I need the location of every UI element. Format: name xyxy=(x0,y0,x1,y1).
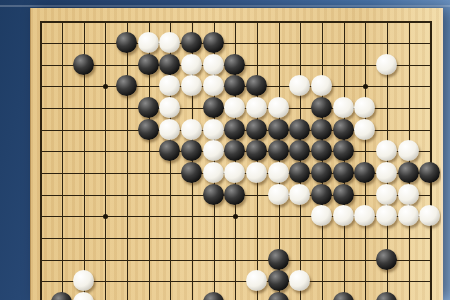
star-point xyxy=(233,214,238,219)
white-stone xyxy=(246,270,267,291)
black-stone xyxy=(289,162,310,183)
grid-line-vertical xyxy=(127,21,128,300)
white-stone xyxy=(376,140,397,161)
black-stone xyxy=(159,54,180,75)
white-stone xyxy=(289,270,310,291)
black-stone xyxy=(419,162,440,183)
black-stone xyxy=(311,140,332,161)
white-stone xyxy=(311,205,332,226)
black-stone xyxy=(203,97,224,118)
black-stone xyxy=(333,292,354,300)
white-stone xyxy=(159,75,180,96)
black-stone xyxy=(224,140,245,161)
white-stone xyxy=(398,184,419,205)
black-stone xyxy=(311,184,332,205)
white-stone xyxy=(333,97,354,118)
white-stone xyxy=(224,97,245,118)
grid-line-vertical xyxy=(430,21,432,300)
black-stone xyxy=(398,162,419,183)
black-stone xyxy=(333,119,354,140)
white-stone xyxy=(203,54,224,75)
black-stone xyxy=(268,249,289,270)
black-stone xyxy=(138,119,159,140)
white-stone xyxy=(159,97,180,118)
white-stone xyxy=(224,162,245,183)
black-stone xyxy=(376,249,397,270)
black-stone xyxy=(224,75,245,96)
black-stone xyxy=(116,32,137,53)
white-stone xyxy=(246,97,267,118)
black-stone xyxy=(268,292,289,300)
black-stone xyxy=(333,140,354,161)
black-stone xyxy=(203,184,224,205)
white-stone xyxy=(419,205,440,226)
white-stone xyxy=(376,205,397,226)
black-stone xyxy=(333,162,354,183)
white-stone xyxy=(354,119,375,140)
white-stone xyxy=(138,32,159,53)
white-stone xyxy=(159,119,180,140)
star-point xyxy=(363,84,368,89)
white-stone xyxy=(181,119,202,140)
white-stone xyxy=(376,54,397,75)
white-stone xyxy=(203,119,224,140)
black-stone xyxy=(311,162,332,183)
grid-line-vertical xyxy=(40,21,42,300)
black-stone xyxy=(159,140,180,161)
white-stone xyxy=(376,162,397,183)
white-stone xyxy=(159,32,180,53)
black-stone xyxy=(246,75,267,96)
black-stone xyxy=(311,119,332,140)
white-stone xyxy=(268,162,289,183)
black-stone xyxy=(376,292,397,300)
star-point xyxy=(103,84,108,89)
grid-line-horizontal xyxy=(40,238,432,239)
go-board[interactable] xyxy=(30,8,443,300)
grid-line-horizontal xyxy=(40,260,432,261)
white-stone xyxy=(73,292,94,300)
black-stone xyxy=(289,140,310,161)
black-stone xyxy=(268,270,289,291)
white-stone xyxy=(289,184,310,205)
white-stone xyxy=(203,75,224,96)
white-stone xyxy=(73,270,94,291)
white-stone xyxy=(398,140,419,161)
black-stone xyxy=(246,140,267,161)
black-stone xyxy=(224,184,245,205)
white-stone xyxy=(311,75,332,96)
grid-line-vertical xyxy=(62,21,63,300)
black-stone xyxy=(138,97,159,118)
black-stone xyxy=(203,32,224,53)
grid-line-horizontal xyxy=(40,281,432,282)
black-stone xyxy=(138,54,159,75)
white-stone xyxy=(354,97,375,118)
black-stone xyxy=(354,162,375,183)
white-stone xyxy=(181,54,202,75)
star-point xyxy=(103,214,108,219)
white-stone xyxy=(354,205,375,226)
black-stone xyxy=(181,162,202,183)
black-stone xyxy=(224,119,245,140)
app-window: { "game": { "name": "Go", "board_size": … xyxy=(0,0,450,300)
grid-line-vertical xyxy=(365,21,366,300)
white-stone xyxy=(289,75,310,96)
white-stone xyxy=(268,97,289,118)
black-stone xyxy=(203,292,224,300)
grid-line-vertical xyxy=(105,21,106,300)
black-stone xyxy=(116,75,137,96)
white-stone xyxy=(203,162,224,183)
black-stone xyxy=(289,119,310,140)
black-stone xyxy=(51,292,72,300)
white-stone xyxy=(376,184,397,205)
black-stone xyxy=(333,184,354,205)
white-stone xyxy=(181,75,202,96)
black-stone xyxy=(224,54,245,75)
white-stone xyxy=(333,205,354,226)
window-edge-highlight xyxy=(0,5,450,7)
white-stone xyxy=(246,162,267,183)
white-stone xyxy=(268,184,289,205)
black-stone xyxy=(311,97,332,118)
white-stone xyxy=(203,140,224,161)
black-stone xyxy=(268,140,289,161)
black-stone xyxy=(268,119,289,140)
black-stone xyxy=(73,54,94,75)
grid-line-horizontal xyxy=(40,21,432,23)
grid-line-horizontal xyxy=(40,43,432,44)
white-stone xyxy=(398,205,419,226)
black-stone xyxy=(246,119,267,140)
black-stone xyxy=(181,140,202,161)
black-stone xyxy=(181,32,202,53)
